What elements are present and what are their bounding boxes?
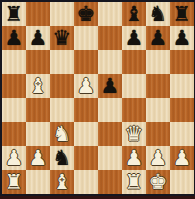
square-c5[interactable] bbox=[50, 74, 74, 98]
piece-black-knight: ♞ bbox=[149, 2, 168, 26]
square-d7[interactable] bbox=[74, 26, 98, 50]
square-h3[interactable] bbox=[170, 122, 194, 146]
square-d8[interactable]: ♚ bbox=[74, 2, 98, 26]
piece-white-pawn: ♟ bbox=[5, 146, 24, 170]
square-a1[interactable]: ♜ bbox=[2, 170, 26, 194]
square-b4[interactable] bbox=[26, 98, 50, 122]
square-g8[interactable]: ♞ bbox=[146, 2, 170, 26]
square-h4[interactable] bbox=[170, 98, 194, 122]
square-g3[interactable] bbox=[146, 122, 170, 146]
piece-white-bishop: ♝ bbox=[29, 74, 48, 98]
square-g7[interactable]: ♟ bbox=[146, 26, 170, 50]
square-b8[interactable] bbox=[26, 2, 50, 26]
square-h6[interactable] bbox=[170, 50, 194, 74]
square-f1[interactable]: ♜ bbox=[122, 170, 146, 194]
square-c1[interactable]: ♝ bbox=[50, 170, 74, 194]
square-e8[interactable] bbox=[98, 2, 122, 26]
square-c7[interactable]: ♛ bbox=[50, 26, 74, 50]
square-h8[interactable]: ♜ bbox=[170, 2, 194, 26]
piece-white-king: ♚ bbox=[149, 170, 168, 194]
piece-black-pawn: ♟ bbox=[29, 26, 48, 50]
square-d4[interactable] bbox=[74, 98, 98, 122]
chess-board: ♜♚♝♞♜♟♟♛♟♟♟♝♟♟♞♛♟♟♞♟♟♟♜♝♜♚ bbox=[2, 2, 194, 194]
piece-white-pawn: ♟ bbox=[77, 74, 96, 98]
piece-black-knight: ♞ bbox=[53, 146, 72, 170]
piece-black-king: ♚ bbox=[77, 2, 96, 26]
square-c4[interactable] bbox=[50, 98, 74, 122]
square-b2[interactable]: ♟ bbox=[26, 146, 50, 170]
piece-black-queen: ♛ bbox=[53, 26, 72, 50]
square-c6[interactable] bbox=[50, 50, 74, 74]
square-f6[interactable] bbox=[122, 50, 146, 74]
square-f2[interactable]: ♟ bbox=[122, 146, 146, 170]
piece-white-knight: ♞ bbox=[53, 122, 72, 146]
square-b6[interactable] bbox=[26, 50, 50, 74]
square-b7[interactable]: ♟ bbox=[26, 26, 50, 50]
piece-white-bishop: ♝ bbox=[53, 170, 72, 194]
square-f4[interactable] bbox=[122, 98, 146, 122]
piece-white-pawn: ♟ bbox=[173, 146, 192, 170]
square-g5[interactable] bbox=[146, 74, 170, 98]
square-d5[interactable]: ♟ bbox=[74, 74, 98, 98]
square-h2[interactable]: ♟ bbox=[170, 146, 194, 170]
square-g1[interactable]: ♚ bbox=[146, 170, 170, 194]
piece-black-rook: ♜ bbox=[5, 2, 24, 26]
square-f5[interactable] bbox=[122, 74, 146, 98]
square-h1[interactable] bbox=[170, 170, 194, 194]
square-a3[interactable] bbox=[2, 122, 26, 146]
piece-white-rook: ♜ bbox=[5, 170, 24, 194]
square-e7[interactable] bbox=[98, 26, 122, 50]
piece-white-pawn: ♟ bbox=[125, 146, 144, 170]
square-a2[interactable]: ♟ bbox=[2, 146, 26, 170]
piece-white-queen: ♛ bbox=[125, 122, 144, 146]
square-b1[interactable] bbox=[26, 170, 50, 194]
square-a4[interactable] bbox=[2, 98, 26, 122]
square-d2[interactable] bbox=[74, 146, 98, 170]
square-g4[interactable] bbox=[146, 98, 170, 122]
chess-board-frame: ♜♚♝♞♜♟♟♛♟♟♟♝♟♟♞♛♟♟♞♟♟♟♜♝♜♚ bbox=[0, 0, 195, 199]
square-a8[interactable]: ♜ bbox=[2, 2, 26, 26]
square-c3[interactable]: ♞ bbox=[50, 122, 74, 146]
piece-black-rook: ♜ bbox=[173, 2, 192, 26]
square-a5[interactable] bbox=[2, 74, 26, 98]
square-e6[interactable] bbox=[98, 50, 122, 74]
square-e1[interactable] bbox=[98, 170, 122, 194]
square-h5[interactable] bbox=[170, 74, 194, 98]
square-f7[interactable]: ♟ bbox=[122, 26, 146, 50]
piece-black-bishop: ♝ bbox=[125, 2, 144, 26]
square-b3[interactable] bbox=[26, 122, 50, 146]
square-e5[interactable]: ♟ bbox=[98, 74, 122, 98]
square-e2[interactable] bbox=[98, 146, 122, 170]
piece-black-pawn: ♟ bbox=[125, 26, 144, 50]
square-e4[interactable] bbox=[98, 98, 122, 122]
piece-black-pawn: ♟ bbox=[149, 26, 168, 50]
square-a7[interactable]: ♟ bbox=[2, 26, 26, 50]
square-a6[interactable] bbox=[2, 50, 26, 74]
piece-black-pawn: ♟ bbox=[5, 26, 24, 50]
square-d1[interactable] bbox=[74, 170, 98, 194]
square-g2[interactable]: ♟ bbox=[146, 146, 170, 170]
square-c8[interactable] bbox=[50, 2, 74, 26]
square-f8[interactable]: ♝ bbox=[122, 2, 146, 26]
piece-white-pawn: ♟ bbox=[29, 146, 48, 170]
square-d6[interactable] bbox=[74, 50, 98, 74]
square-g6[interactable] bbox=[146, 50, 170, 74]
square-c2[interactable]: ♞ bbox=[50, 146, 74, 170]
piece-white-pawn: ♟ bbox=[149, 146, 168, 170]
square-h7[interactable]: ♟ bbox=[170, 26, 194, 50]
piece-black-pawn: ♟ bbox=[101, 74, 120, 98]
piece-black-pawn: ♟ bbox=[173, 26, 192, 50]
square-f3[interactable]: ♛ bbox=[122, 122, 146, 146]
square-b5[interactable]: ♝ bbox=[26, 74, 50, 98]
piece-white-rook: ♜ bbox=[125, 170, 144, 194]
square-d3[interactable] bbox=[74, 122, 98, 146]
square-e3[interactable] bbox=[98, 122, 122, 146]
